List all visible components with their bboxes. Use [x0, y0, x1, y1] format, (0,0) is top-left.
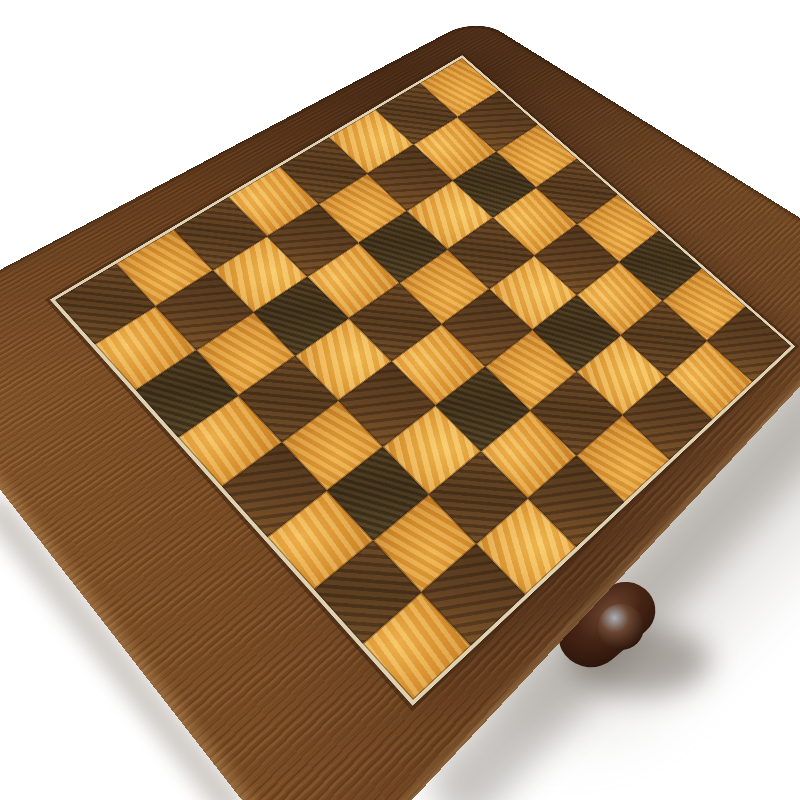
table-leg-knob [598, 604, 644, 650]
table-top [0, 17, 800, 800]
chess-board [55, 58, 791, 700]
photo-stage [0, 0, 800, 800]
